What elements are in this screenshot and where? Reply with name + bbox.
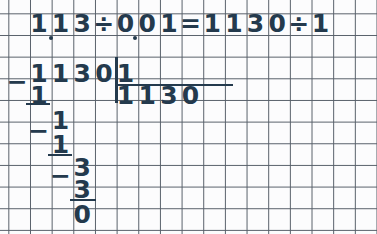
grid-char: 1 xyxy=(50,62,72,86)
grid-char: 3 xyxy=(245,12,267,36)
grid-char: 3 xyxy=(71,62,93,86)
grid-char: 1 xyxy=(50,12,72,36)
grid-char: 1 xyxy=(28,12,50,36)
grid-char: 1 xyxy=(136,84,158,108)
grid-char: = xyxy=(180,12,202,36)
grid-char: 1 xyxy=(201,12,223,36)
grid-char: ÷ xyxy=(288,12,310,36)
minus-sign: − xyxy=(28,119,50,143)
grid-char: 3 xyxy=(71,12,93,36)
grid-char: 1 xyxy=(28,84,50,108)
grid-char: 1 xyxy=(50,133,72,157)
grid-char: 1 xyxy=(158,12,180,36)
grid-char: 3 xyxy=(71,178,93,202)
grid-char: 0 xyxy=(93,62,115,86)
minus-sign: − xyxy=(50,164,72,188)
grid-char: 0 xyxy=(266,12,288,36)
grid-char: 1 xyxy=(115,84,137,108)
grid-char: 0 xyxy=(136,12,158,36)
grid-char: 0 xyxy=(115,12,137,36)
grid-char: 1 xyxy=(223,12,245,36)
grid-char: 0 xyxy=(71,203,93,227)
grid-char: ÷ xyxy=(93,12,115,36)
worksheet-board: 113÷001=1130÷111301−111301−13−30 xyxy=(0,0,377,234)
grid-char: 1 xyxy=(310,12,332,36)
grid-char: 0 xyxy=(180,84,202,108)
grid-char: 3 xyxy=(158,84,180,108)
minus-sign: − xyxy=(6,70,28,94)
